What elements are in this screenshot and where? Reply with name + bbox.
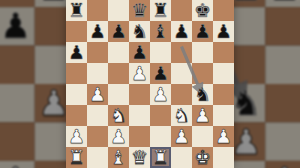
square-f5[interactable] bbox=[171, 63, 192, 84]
square-c1[interactable]: ♝ bbox=[108, 147, 129, 168]
square-h7[interactable]: ♟ bbox=[213, 21, 234, 42]
white-pawn-d5[interactable]: ♟ bbox=[129, 63, 150, 84]
square-g5[interactable] bbox=[192, 63, 213, 84]
white-queen-d1[interactable]: ♛ bbox=[129, 147, 150, 168]
square-g4[interactable]: ♞ bbox=[192, 84, 213, 105]
black-pawn-b7[interactable]: ♟ bbox=[87, 21, 108, 42]
black-pawn-d6[interactable]: ♟ bbox=[129, 42, 150, 63]
square-d2[interactable] bbox=[129, 126, 150, 147]
white-pawn-e4[interactable]: ♟ bbox=[150, 84, 171, 105]
square-h5[interactable] bbox=[213, 63, 234, 84]
square-a2: ♟ bbox=[0, 161, 35, 168]
square-c4[interactable] bbox=[108, 84, 129, 105]
square-b1[interactable] bbox=[87, 147, 108, 168]
white-knight-c3[interactable]: ♞ bbox=[108, 105, 129, 126]
black-pawn-e5[interactable]: ♟ bbox=[150, 63, 171, 84]
square-g7[interactable]: ♟ bbox=[192, 21, 213, 42]
square-a5 bbox=[0, 46, 35, 84]
black-rook-e8[interactable]: ♜ bbox=[150, 0, 171, 21]
square-h2[interactable]: ♟ bbox=[213, 126, 234, 147]
square-e6[interactable] bbox=[150, 42, 171, 63]
black-queen-d8[interactable]: ♛ bbox=[129, 0, 150, 21]
square-g8[interactable]: ♚ bbox=[192, 0, 213, 21]
white-pawn-g3[interactable]: ♟ bbox=[192, 105, 213, 126]
square-f7[interactable]: ♟ bbox=[171, 21, 192, 42]
white-knight-f3[interactable]: ♞ bbox=[171, 105, 192, 126]
square-c2[interactable]: ♟ bbox=[108, 126, 129, 147]
square-g3[interactable]: ♟ bbox=[192, 105, 213, 126]
square-a3 bbox=[0, 122, 35, 160]
square-b4[interactable]: ♟ bbox=[87, 84, 108, 105]
square-h5 bbox=[265, 46, 300, 84]
square-h8[interactable] bbox=[213, 0, 234, 21]
square-a7[interactable] bbox=[66, 21, 87, 42]
square-f4[interactable] bbox=[171, 84, 192, 105]
black-bishop-e7[interactable]: ♝ bbox=[150, 21, 171, 42]
square-e8[interactable]: ♜ bbox=[150, 0, 171, 21]
black-pawn-f7[interactable]: ♟ bbox=[171, 21, 192, 42]
square-e1[interactable]: ♜ bbox=[150, 147, 171, 168]
square-c8[interactable] bbox=[108, 0, 129, 21]
square-b2[interactable] bbox=[87, 126, 108, 147]
white-rook-a1[interactable]: ♜ bbox=[66, 147, 87, 168]
white-pawn-a2: ♟ bbox=[0, 161, 35, 168]
chess-board-container[interactable]: ♜♛♜♚♟♟♞♝♟♟♟♟♟♟♟♟♟♞♞♞♟♟♟♟♟♜♝♛♜♚ bbox=[66, 0, 234, 168]
square-b8[interactable] bbox=[87, 0, 108, 21]
chess-board[interactable]: ♜♛♜♚♟♟♞♝♟♟♟♟♟♟♟♟♟♞♞♞♟♟♟♟♟♜♝♛♜♚ bbox=[66, 0, 234, 168]
white-bishop-c1[interactable]: ♝ bbox=[108, 147, 129, 168]
square-c7[interactable]: ♟ bbox=[108, 21, 129, 42]
black-pawn-a6: ♟ bbox=[0, 7, 35, 45]
white-pawn-f2[interactable]: ♟ bbox=[171, 126, 192, 147]
white-pawn-b4[interactable]: ♟ bbox=[87, 84, 108, 105]
square-b3[interactable] bbox=[87, 105, 108, 126]
black-pawn-g7[interactable]: ♟ bbox=[192, 21, 213, 42]
black-pawn-c7[interactable]: ♟ bbox=[108, 21, 129, 42]
square-d7[interactable]: ♞ bbox=[129, 21, 150, 42]
square-h6 bbox=[265, 7, 300, 45]
white-king-g1[interactable]: ♚ bbox=[192, 147, 213, 168]
white-rook-e1[interactable]: ♜ bbox=[150, 147, 171, 168]
square-h2: ♟ bbox=[265, 161, 300, 168]
square-h6[interactable] bbox=[213, 42, 234, 63]
square-f8[interactable] bbox=[171, 0, 192, 21]
black-knight-g4[interactable]: ♞ bbox=[192, 84, 213, 105]
square-a2[interactable]: ♟ bbox=[66, 126, 87, 147]
black-rook-a8[interactable]: ♜ bbox=[66, 0, 87, 21]
square-c5[interactable] bbox=[108, 63, 129, 84]
square-d5[interactable]: ♟ bbox=[129, 63, 150, 84]
black-pawn-a6[interactable]: ♟ bbox=[66, 42, 87, 63]
square-b7[interactable]: ♟ bbox=[87, 21, 108, 42]
white-pawn-a2[interactable]: ♟ bbox=[66, 126, 87, 147]
square-e7[interactable]: ♝ bbox=[150, 21, 171, 42]
square-d1[interactable]: ♛ bbox=[129, 147, 150, 168]
square-g2[interactable] bbox=[192, 126, 213, 147]
square-d4[interactable] bbox=[129, 84, 150, 105]
white-pawn-h2[interactable]: ♟ bbox=[213, 126, 234, 147]
square-a6: ♟ bbox=[0, 7, 35, 45]
square-d8[interactable]: ♛ bbox=[129, 0, 150, 21]
square-a8[interactable]: ♜ bbox=[66, 0, 87, 21]
square-g1[interactable]: ♚ bbox=[192, 147, 213, 168]
square-h4[interactable] bbox=[213, 84, 234, 105]
square-a6[interactable]: ♟ bbox=[66, 42, 87, 63]
square-g6[interactable] bbox=[192, 42, 213, 63]
square-b5[interactable] bbox=[87, 63, 108, 84]
square-a4 bbox=[0, 84, 35, 122]
square-h3[interactable] bbox=[213, 105, 234, 126]
black-pawn-h7: ♟ bbox=[265, 0, 300, 7]
square-c6[interactable] bbox=[108, 42, 129, 63]
square-c3[interactable]: ♞ bbox=[108, 105, 129, 126]
black-knight-d7[interactable]: ♞ bbox=[129, 21, 150, 42]
square-d6[interactable]: ♟ bbox=[129, 42, 150, 63]
square-f2[interactable]: ♟ bbox=[171, 126, 192, 147]
square-f1[interactable] bbox=[171, 147, 192, 168]
square-d3[interactable] bbox=[129, 105, 150, 126]
square-a5[interactable] bbox=[66, 63, 87, 84]
square-e2[interactable] bbox=[150, 126, 171, 147]
square-h3 bbox=[265, 122, 300, 160]
square-b6[interactable] bbox=[87, 42, 108, 63]
square-e3[interactable] bbox=[150, 105, 171, 126]
square-a4[interactable] bbox=[66, 84, 87, 105]
video-frame: ♜♛♜♚♟♟♞♝♟♟♟♟♟♟♟♟♟♞♞♞♟♟♟♟♟♜♝♛♜♚ ♜♛♜♚♟♟♞♝♟… bbox=[0, 0, 300, 168]
square-h7: ♟ bbox=[265, 0, 300, 7]
square-a3[interactable] bbox=[66, 105, 87, 126]
square-f6[interactable] bbox=[171, 42, 192, 63]
square-e4[interactable]: ♟ bbox=[150, 84, 171, 105]
square-f3[interactable]: ♞ bbox=[171, 105, 192, 126]
black-king-g8[interactable]: ♚ bbox=[192, 0, 213, 21]
square-e5[interactable]: ♟ bbox=[150, 63, 171, 84]
white-pawn-h2: ♟ bbox=[265, 161, 300, 168]
square-h4 bbox=[265, 84, 300, 122]
square-h1[interactable] bbox=[213, 147, 234, 168]
square-a1[interactable]: ♜ bbox=[66, 147, 87, 168]
black-pawn-h7[interactable]: ♟ bbox=[213, 21, 234, 42]
white-pawn-c2[interactable]: ♟ bbox=[108, 126, 129, 147]
